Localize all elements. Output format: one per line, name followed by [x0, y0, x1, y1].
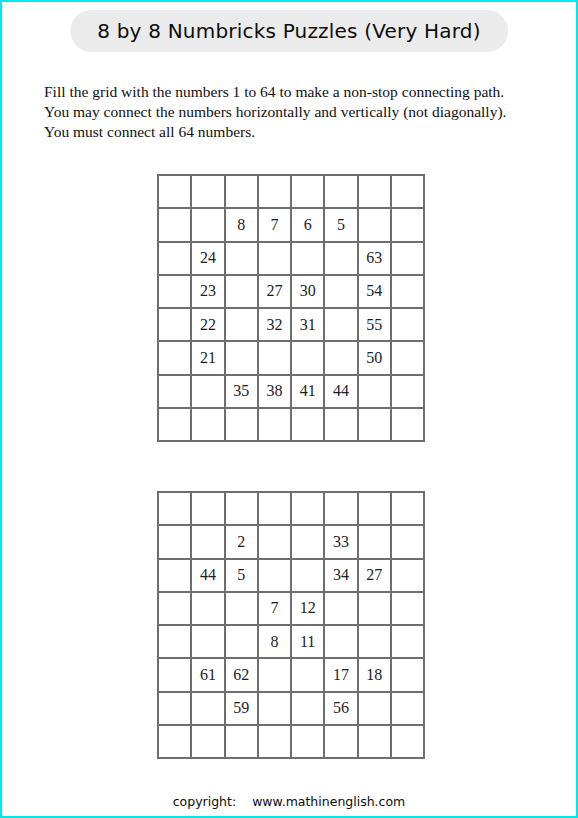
grid-cell[interactable]	[259, 409, 290, 440]
grid-cell[interactable]	[392, 493, 423, 524]
grid-cell[interactable]	[192, 526, 223, 557]
grid-cell[interactable]	[159, 693, 190, 724]
grid-cell[interactable]	[359, 409, 390, 440]
grid-cell-clue: 2	[226, 526, 257, 557]
grid-cell[interactable]	[292, 409, 323, 440]
grid-cell[interactable]	[159, 659, 190, 690]
grid-cell[interactable]	[292, 726, 323, 757]
grid-cell[interactable]	[226, 342, 257, 373]
grid-cell[interactable]	[259, 659, 290, 690]
grid-cell[interactable]	[359, 376, 390, 407]
grid-cell-clue: 18	[359, 659, 390, 690]
grid-cell[interactable]	[192, 209, 223, 240]
numbricks-grid-2: 2334453427712811616217185956	[157, 491, 425, 759]
grid-cell[interactable]	[392, 176, 423, 207]
site-link[interactable]: www.mathinenglish.com	[252, 794, 405, 809]
grid-cell-clue: 63	[359, 243, 390, 274]
grid-cell-clue: 6	[292, 209, 323, 240]
grid-cell[interactable]	[392, 409, 423, 440]
grid-cell-clue: 50	[359, 342, 390, 373]
grid-cell-clue: 27	[259, 276, 290, 307]
grid-cell[interactable]	[192, 376, 223, 407]
grid-cell[interactable]	[259, 560, 290, 591]
grid-cell[interactable]	[392, 726, 423, 757]
grid-cell[interactable]	[259, 243, 290, 274]
grid-cell-clue: 61	[192, 659, 223, 690]
instruction-line-3: You must connect all 64 numbers.	[44, 122, 506, 142]
grid-cell[interactable]	[392, 626, 423, 657]
grid-cell[interactable]	[359, 209, 390, 240]
grid-cell[interactable]	[359, 693, 390, 724]
grid-cell-clue: 54	[359, 276, 390, 307]
numbricks-grid-1: 876524632327305422323155215035384144	[157, 174, 425, 442]
grid-cell[interactable]	[192, 493, 223, 524]
grid-cell[interactable]	[325, 409, 356, 440]
page-title-text: 8 by 8 Numbricks Puzzles (Very Hard)	[97, 19, 481, 43]
footer: copyright:www.mathinenglish.com	[2, 794, 576, 809]
grid-cell[interactable]	[392, 526, 423, 557]
grid-cell[interactable]	[226, 726, 257, 757]
grid-cell[interactable]	[359, 176, 390, 207]
grid-cell-clue: 7	[259, 209, 290, 240]
grid-cell[interactable]	[192, 626, 223, 657]
grid-cell[interactable]	[226, 409, 257, 440]
grid-cell[interactable]	[192, 409, 223, 440]
grid-cell[interactable]	[359, 593, 390, 624]
grid-cell[interactable]	[159, 560, 190, 591]
grid-cell[interactable]	[392, 593, 423, 624]
copyright-label: copyright:	[173, 794, 236, 809]
grid-cell[interactable]	[292, 342, 323, 373]
grid-cell[interactable]	[325, 342, 356, 373]
grid-cell-clue: 56	[325, 693, 356, 724]
grid-cell[interactable]	[292, 560, 323, 591]
grid-cell[interactable]	[392, 276, 423, 307]
grid-cell[interactable]	[159, 276, 190, 307]
grid-cell[interactable]	[159, 209, 190, 240]
grid-cell[interactable]	[159, 409, 190, 440]
grid-cell[interactable]	[392, 209, 423, 240]
grid-cell-clue: 31	[292, 309, 323, 340]
grid-cell-clue: 44	[192, 560, 223, 591]
grid-cell[interactable]	[325, 493, 356, 524]
grid-cell[interactable]	[259, 526, 290, 557]
grid-cell-clue: 59	[226, 693, 257, 724]
grid-cell[interactable]	[392, 243, 423, 274]
grid-cell[interactable]	[159, 376, 190, 407]
grid-cell-clue: 23	[192, 276, 223, 307]
grid-cell-clue: 8	[226, 209, 257, 240]
grid-cell[interactable]	[292, 176, 323, 207]
grid-cell-clue: 24	[192, 243, 223, 274]
grid-cell-clue: 34	[325, 560, 356, 591]
grid-cell[interactable]	[392, 309, 423, 340]
grid-cell[interactable]	[226, 309, 257, 340]
grid-cell[interactable]	[292, 526, 323, 557]
grid-cell[interactable]	[259, 726, 290, 757]
grid-cell[interactable]	[159, 176, 190, 207]
grid-cell-clue: 33	[325, 526, 356, 557]
grid-cell[interactable]	[226, 626, 257, 657]
grid-cell[interactable]	[159, 593, 190, 624]
grid-cell[interactable]	[259, 493, 290, 524]
grid-cell[interactable]	[359, 726, 390, 757]
grid-cell[interactable]	[392, 693, 423, 724]
grid-cell[interactable]	[159, 726, 190, 757]
grid-cell[interactable]	[192, 726, 223, 757]
grid-cell[interactable]	[226, 493, 257, 524]
grid-cell-clue: 11	[292, 626, 323, 657]
grid-cell[interactable]	[392, 659, 423, 690]
grid-cell-clue: 5	[226, 560, 257, 591]
grid-cell-clue: 62	[226, 659, 257, 690]
grid-cell-clue: 41	[292, 376, 323, 407]
grid-cell[interactable]	[359, 526, 390, 557]
grid-cell[interactable]	[325, 726, 356, 757]
instruction-line-2: You may connect the numbers horizontally…	[44, 102, 506, 122]
grid-cell[interactable]	[259, 342, 290, 373]
grid-cell[interactable]	[226, 276, 257, 307]
grid-cell[interactable]	[159, 493, 190, 524]
grid-cell[interactable]	[159, 309, 190, 340]
grid-cell[interactable]	[159, 243, 190, 274]
grid-cell[interactable]	[192, 693, 223, 724]
grid-cell[interactable]	[226, 176, 257, 207]
grid-cell[interactable]	[292, 493, 323, 524]
grid-cell[interactable]	[325, 176, 356, 207]
grid-cell[interactable]	[292, 693, 323, 724]
grid-cell[interactable]	[392, 560, 423, 591]
grid-cell-clue: 38	[259, 376, 290, 407]
grid-cell[interactable]	[226, 593, 257, 624]
worksheet-page: 8 by 8 Numbricks Puzzles (Very Hard) Fil…	[0, 0, 578, 818]
grid-cell[interactable]	[325, 626, 356, 657]
grid-cell-clue: 27	[359, 560, 390, 591]
grid-cell-clue: 7	[259, 593, 290, 624]
grid-cell[interactable]	[325, 593, 356, 624]
instruction-line-1: Fill the grid with the numbers 1 to 64 t…	[44, 82, 506, 102]
grid-cell[interactable]	[292, 243, 323, 274]
grid-cell-clue: 12	[292, 593, 323, 624]
grid-cell[interactable]	[292, 659, 323, 690]
grid-cell-clue: 30	[292, 276, 323, 307]
grid-cell[interactable]	[392, 376, 423, 407]
grid-cell[interactable]	[359, 626, 390, 657]
grid-cell-clue: 35	[226, 376, 257, 407]
grid-cell-clue: 55	[359, 309, 390, 340]
grid-cell[interactable]	[325, 243, 356, 274]
instructions: Fill the grid with the numbers 1 to 64 t…	[44, 82, 506, 142]
grid-cell-clue: 8	[259, 626, 290, 657]
grid-cell[interactable]	[192, 593, 223, 624]
grid-cell[interactable]	[192, 176, 223, 207]
grid-cell[interactable]	[226, 243, 257, 274]
grid-cell[interactable]	[159, 626, 190, 657]
grid-cell[interactable]	[392, 342, 423, 373]
grid-cell[interactable]	[325, 276, 356, 307]
grid-cell[interactable]	[259, 693, 290, 724]
grid-cell[interactable]	[359, 493, 390, 524]
grid-cell[interactable]	[325, 309, 356, 340]
grid-cell-clue: 22	[192, 309, 223, 340]
grid-cell-clue: 5	[325, 209, 356, 240]
grid-cell-clue: 21	[192, 342, 223, 373]
grid-cell-clue: 44	[325, 376, 356, 407]
grid-cell[interactable]	[259, 176, 290, 207]
grid-cell[interactable]	[159, 526, 190, 557]
grid-cell[interactable]	[159, 342, 190, 373]
grid-cell-clue: 32	[259, 309, 290, 340]
page-title: 8 by 8 Numbricks Puzzles (Very Hard)	[70, 10, 508, 52]
grid-cell-clue: 17	[325, 659, 356, 690]
